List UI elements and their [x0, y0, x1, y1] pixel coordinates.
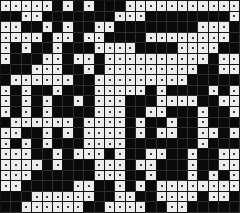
cell-r8c21[interactable] — [219, 86, 229, 97]
cell-r17c3[interactable] — [32, 181, 42, 192]
cell-r16c19[interactable] — [198, 171, 208, 182]
cell-r11c13[interactable] — [136, 118, 146, 129]
cell-r19c18[interactable] — [188, 202, 198, 213]
cell-r18c1[interactable] — [11, 192, 21, 203]
cell-r2c6[interactable] — [63, 22, 73, 33]
cell-r4c6[interactable] — [63, 43, 73, 54]
cell-r14c3[interactable] — [32, 149, 42, 160]
cell-r2c11[interactable] — [115, 22, 125, 33]
cell-r0c19[interactable] — [198, 1, 208, 12]
cell-r3c0[interactable] — [1, 33, 11, 44]
cell-r8c18[interactable] — [188, 86, 198, 97]
cell-r4c21[interactable] — [219, 43, 229, 54]
cell-r3c4[interactable] — [43, 33, 53, 44]
cell-r4c12[interactable] — [126, 43, 136, 54]
cell-r4c3[interactable] — [32, 43, 42, 54]
cell-r16c13[interactable] — [136, 171, 146, 182]
cell-r1c8[interactable] — [84, 12, 94, 23]
cell-r15c7[interactable] — [74, 160, 84, 171]
cell-r18c18[interactable] — [188, 192, 198, 203]
cell-r15c3[interactable] — [32, 160, 42, 171]
cell-r18c16[interactable] — [167, 192, 177, 203]
cell-r13c10[interactable] — [105, 139, 115, 150]
cell-r7c16[interactable] — [167, 75, 177, 86]
cell-r2c18[interactable] — [188, 22, 198, 33]
cell-r9c0[interactable] — [1, 96, 11, 107]
cell-r9c21[interactable] — [219, 96, 229, 107]
cell-r9c14[interactable] — [146, 96, 156, 107]
cell-r15c18[interactable] — [188, 160, 198, 171]
cell-r16c21[interactable] — [219, 171, 229, 182]
cell-r15c1[interactable] — [11, 160, 21, 171]
cell-r9c22[interactable] — [230, 96, 240, 107]
cell-r3c14[interactable] — [146, 33, 156, 44]
cell-r19c6[interactable] — [63, 202, 73, 213]
cell-r15c22[interactable] — [230, 160, 240, 171]
cell-r1c1[interactable] — [11, 12, 21, 23]
cell-r0c6[interactable] — [63, 1, 73, 12]
cell-r6c5[interactable] — [53, 65, 63, 76]
cell-r12c17[interactable] — [178, 128, 188, 139]
cell-r2c20[interactable] — [209, 22, 219, 33]
cell-r5c13[interactable] — [136, 54, 146, 65]
cell-r1c5[interactable] — [53, 12, 63, 23]
cell-r17c12[interactable] — [126, 181, 136, 192]
cell-r8c13[interactable] — [136, 86, 146, 97]
cell-r7c17[interactable] — [178, 75, 188, 86]
cell-r9c15[interactable] — [157, 96, 167, 107]
cell-r4c4[interactable] — [43, 43, 53, 54]
cell-r7c10[interactable] — [105, 75, 115, 86]
cell-r17c20[interactable] — [209, 181, 219, 192]
cell-r0c4[interactable] — [43, 1, 53, 12]
cell-r3c22[interactable] — [230, 33, 240, 44]
cell-r14c18[interactable] — [188, 149, 198, 160]
cell-r7c22[interactable] — [230, 75, 240, 86]
cell-r0c17[interactable] — [178, 1, 188, 12]
cell-r16c0[interactable] — [1, 171, 11, 182]
cell-r9c16[interactable] — [167, 96, 177, 107]
cell-r17c14[interactable] — [146, 181, 156, 192]
cell-r14c22[interactable] — [230, 149, 240, 160]
cell-r4c16[interactable] — [167, 43, 177, 54]
cell-r19c9[interactable] — [95, 202, 105, 213]
cell-r2c10[interactable] — [105, 22, 115, 33]
cell-r0c14[interactable] — [146, 1, 156, 12]
cell-r2c0[interactable] — [1, 22, 11, 33]
cell-r13c22[interactable] — [230, 139, 240, 150]
cell-r4c19[interactable] — [198, 43, 208, 54]
cell-r1c2[interactable] — [22, 12, 32, 23]
cell-r11c22[interactable] — [230, 118, 240, 129]
cell-r12c16[interactable] — [167, 128, 177, 139]
cell-r2c13[interactable] — [136, 22, 146, 33]
cell-r0c11[interactable] — [115, 1, 125, 12]
cell-r14c19[interactable] — [198, 149, 208, 160]
cell-r1c6[interactable] — [63, 12, 73, 23]
cell-r7c20[interactable] — [209, 75, 219, 86]
cell-r11c20[interactable] — [209, 118, 219, 129]
cell-r15c17[interactable] — [178, 160, 188, 171]
cell-r13c0[interactable] — [1, 139, 11, 150]
cell-r10c12[interactable] — [126, 107, 136, 118]
cell-r15c12[interactable] — [126, 160, 136, 171]
cell-r17c13[interactable] — [136, 181, 146, 192]
cell-r0c8[interactable] — [84, 1, 94, 12]
cell-r10c13[interactable] — [136, 107, 146, 118]
cell-r4c0[interactable] — [1, 43, 11, 54]
cell-r13c4[interactable] — [43, 139, 53, 150]
cell-r16c22[interactable] — [230, 171, 240, 182]
cell-r7c19[interactable] — [198, 75, 208, 86]
cell-r4c17[interactable] — [178, 43, 188, 54]
cell-r15c21[interactable] — [219, 160, 229, 171]
cell-r16c16[interactable] — [167, 171, 177, 182]
cell-r17c22[interactable] — [230, 181, 240, 192]
cell-r9c8[interactable] — [84, 96, 94, 107]
cell-r6c1[interactable] — [11, 65, 21, 76]
cell-r9c9[interactable] — [95, 96, 105, 107]
cell-r1c20[interactable] — [209, 12, 219, 23]
cell-r18c20[interactable] — [209, 192, 219, 203]
cell-r11c17[interactable] — [178, 118, 188, 129]
cell-r0c16[interactable] — [167, 1, 177, 12]
cell-r12c1[interactable] — [11, 128, 21, 139]
cell-r16c9[interactable] — [95, 171, 105, 182]
cell-r6c18[interactable] — [188, 65, 198, 76]
cell-r3c10[interactable] — [105, 33, 115, 44]
cell-r9c4[interactable] — [43, 96, 53, 107]
cell-r19c8[interactable] — [84, 202, 94, 213]
cell-r10c19[interactable] — [198, 107, 208, 118]
cell-r3c3[interactable] — [32, 33, 42, 44]
cell-r1c19[interactable] — [198, 12, 208, 23]
cell-r0c10[interactable] — [105, 1, 115, 12]
cell-r11c15[interactable] — [157, 118, 167, 129]
cell-r12c14[interactable] — [146, 128, 156, 139]
cell-r14c0[interactable] — [1, 149, 11, 160]
cell-r19c1[interactable] — [11, 202, 21, 213]
cell-r3c5[interactable] — [53, 33, 63, 44]
cell-r7c12[interactable] — [126, 75, 136, 86]
cell-r7c14[interactable] — [146, 75, 156, 86]
cell-r16c18[interactable] — [188, 171, 198, 182]
cell-r4c14[interactable] — [146, 43, 156, 54]
cell-r17c8[interactable] — [84, 181, 94, 192]
cell-r5c18[interactable] — [188, 54, 198, 65]
cell-r12c3[interactable] — [32, 128, 42, 139]
cell-r0c1[interactable] — [11, 1, 21, 12]
cell-r18c14[interactable] — [146, 192, 156, 203]
cell-r10c7[interactable] — [74, 107, 84, 118]
cell-r11c18[interactable] — [188, 118, 198, 129]
cell-r7c11[interactable] — [115, 75, 125, 86]
cell-r9c10[interactable] — [105, 96, 115, 107]
cell-r16c8[interactable] — [84, 171, 94, 182]
cell-r14c14[interactable] — [146, 149, 156, 160]
cell-r0c15[interactable] — [157, 1, 167, 12]
cell-r6c6[interactable] — [63, 65, 73, 76]
cell-r14c8[interactable] — [84, 149, 94, 160]
cell-r10c20[interactable] — [209, 107, 219, 118]
cell-r7c21[interactable] — [219, 75, 229, 86]
cell-r9c19[interactable] — [198, 96, 208, 107]
cell-r0c21[interactable] — [219, 1, 229, 12]
cell-r13c11[interactable] — [115, 139, 125, 150]
cell-r16c2[interactable] — [22, 171, 32, 182]
cell-r16c14[interactable] — [146, 171, 156, 182]
cell-r9c6[interactable] — [63, 96, 73, 107]
cell-r14c9[interactable] — [95, 149, 105, 160]
cell-r3c1[interactable] — [11, 33, 21, 44]
cell-r5c9[interactable] — [95, 54, 105, 65]
cell-r4c8[interactable] — [84, 43, 94, 54]
cell-r18c0[interactable] — [1, 192, 11, 203]
cell-r9c5[interactable] — [53, 96, 63, 107]
cell-r7c3[interactable] — [32, 75, 42, 86]
cell-r8c4[interactable] — [43, 86, 53, 97]
cell-r1c21[interactable] — [219, 12, 229, 23]
cell-r8c2[interactable] — [22, 86, 32, 97]
cell-r5c8[interactable] — [84, 54, 94, 65]
cell-r2c14[interactable] — [146, 22, 156, 33]
cell-r3c8[interactable] — [84, 33, 94, 44]
cell-r8c9[interactable] — [95, 86, 105, 97]
cell-r7c6[interactable] — [63, 75, 73, 86]
cell-r7c8[interactable] — [84, 75, 94, 86]
cell-r5c4[interactable] — [43, 54, 53, 65]
cell-r14c17[interactable] — [178, 149, 188, 160]
cell-r8c19[interactable] — [198, 86, 208, 97]
cell-r5c6[interactable] — [63, 54, 73, 65]
cell-r13c6[interactable] — [63, 139, 73, 150]
cell-r16c11[interactable] — [115, 171, 125, 182]
cell-r14c4[interactable] — [43, 149, 53, 160]
cell-r8c0[interactable] — [1, 86, 11, 97]
cell-r9c17[interactable] — [178, 96, 188, 107]
cell-r12c11[interactable] — [115, 128, 125, 139]
cell-r4c22[interactable] — [230, 43, 240, 54]
cell-r16c4[interactable] — [43, 171, 53, 182]
cell-r13c8[interactable] — [84, 139, 94, 150]
cell-r3c7[interactable] — [74, 33, 84, 44]
cell-r15c16[interactable] — [167, 160, 177, 171]
cell-r17c1[interactable] — [11, 181, 21, 192]
cell-r10c11[interactable] — [115, 107, 125, 118]
cell-r1c16[interactable] — [167, 12, 177, 23]
cell-r3c11[interactable] — [115, 33, 125, 44]
cell-r15c11[interactable] — [115, 160, 125, 171]
cell-r11c16[interactable] — [167, 118, 177, 129]
cell-r11c14[interactable] — [146, 118, 156, 129]
cell-r6c4[interactable] — [43, 65, 53, 76]
cell-r3c15[interactable] — [157, 33, 167, 44]
cell-r10c2[interactable] — [22, 107, 32, 118]
cell-r19c12[interactable] — [126, 202, 136, 213]
cell-r17c16[interactable] — [167, 181, 177, 192]
cell-r18c17[interactable] — [178, 192, 188, 203]
cell-r11c6[interactable] — [63, 118, 73, 129]
cell-r2c12[interactable] — [126, 22, 136, 33]
cell-r6c7[interactable] — [74, 65, 84, 76]
cell-r17c11[interactable] — [115, 181, 125, 192]
cell-r19c17[interactable] — [178, 202, 188, 213]
cell-r19c13[interactable] — [136, 202, 146, 213]
cell-r5c19[interactable] — [198, 54, 208, 65]
cell-r4c15[interactable] — [157, 43, 167, 54]
cell-r8c7[interactable] — [74, 86, 84, 97]
cell-r9c13[interactable] — [136, 96, 146, 107]
cell-r12c18[interactable] — [188, 128, 198, 139]
cell-r10c22[interactable] — [230, 107, 240, 118]
cell-r0c18[interactable] — [188, 1, 198, 12]
cell-r11c0[interactable] — [1, 118, 11, 129]
cell-r15c14[interactable] — [146, 160, 156, 171]
cell-r6c12[interactable] — [126, 65, 136, 76]
cell-r9c20[interactable] — [209, 96, 219, 107]
cell-r13c18[interactable] — [188, 139, 198, 150]
cell-r5c14[interactable] — [146, 54, 156, 65]
cell-r12c15[interactable] — [157, 128, 167, 139]
cell-r14c16[interactable] — [167, 149, 177, 160]
cell-r17c19[interactable] — [198, 181, 208, 192]
cell-r7c13[interactable] — [136, 75, 146, 86]
cell-r19c4[interactable] — [43, 202, 53, 213]
cell-r14c5[interactable] — [53, 149, 63, 160]
cell-r19c16[interactable] — [167, 202, 177, 213]
cell-r19c14[interactable] — [146, 202, 156, 213]
cell-r7c1[interactable] — [11, 75, 21, 86]
cell-r16c10[interactable] — [105, 171, 115, 182]
cell-r17c15[interactable] — [157, 181, 167, 192]
cell-r0c0[interactable] — [1, 1, 11, 12]
cell-r5c11[interactable] — [115, 54, 125, 65]
cell-r19c11[interactable] — [115, 202, 125, 213]
cell-r17c2[interactable] — [22, 181, 32, 192]
cell-r2c21[interactable] — [219, 22, 229, 33]
cell-r14c20[interactable] — [209, 149, 219, 160]
cell-r12c19[interactable] — [198, 128, 208, 139]
cell-r19c19[interactable] — [198, 202, 208, 213]
cell-r10c1[interactable] — [11, 107, 21, 118]
cell-r10c16[interactable] — [167, 107, 177, 118]
cell-r9c3[interactable] — [32, 96, 42, 107]
cell-r6c2[interactable] — [22, 65, 32, 76]
cell-r11c19[interactable] — [198, 118, 208, 129]
cell-r16c6[interactable] — [63, 171, 73, 182]
cell-r1c15[interactable] — [157, 12, 167, 23]
cell-r8c14[interactable] — [146, 86, 156, 97]
cell-r10c0[interactable] — [1, 107, 11, 118]
cell-r19c15[interactable] — [157, 202, 167, 213]
cell-r2c17[interactable] — [178, 22, 188, 33]
cell-r8c5[interactable] — [53, 86, 63, 97]
cell-r17c21[interactable] — [219, 181, 229, 192]
cell-r5c17[interactable] — [178, 54, 188, 65]
cell-r4c9[interactable] — [95, 43, 105, 54]
cell-r7c7[interactable] — [74, 75, 84, 86]
cell-r19c22[interactable] — [230, 202, 240, 213]
cell-r17c9[interactable] — [95, 181, 105, 192]
cell-r18c8[interactable] — [84, 192, 94, 203]
cell-r0c2[interactable] — [22, 1, 32, 12]
cell-r0c7[interactable] — [74, 1, 84, 12]
cell-r1c10[interactable] — [105, 12, 115, 23]
cell-r19c0[interactable] — [1, 202, 11, 213]
cell-r12c6[interactable] — [63, 128, 73, 139]
cell-r2c7[interactable] — [74, 22, 84, 33]
cell-r3c12[interactable] — [126, 33, 136, 44]
cell-r6c3[interactable] — [32, 65, 42, 76]
cell-r6c11[interactable] — [115, 65, 125, 76]
cell-r8c16[interactable] — [167, 86, 177, 97]
cell-r15c13[interactable] — [136, 160, 146, 171]
cell-r11c12[interactable] — [126, 118, 136, 129]
cell-r2c3[interactable] — [32, 22, 42, 33]
cell-r18c4[interactable] — [43, 192, 53, 203]
cell-r4c10[interactable] — [105, 43, 115, 54]
cell-r13c20[interactable] — [209, 139, 219, 150]
cell-r6c21[interactable] — [219, 65, 229, 76]
cell-r6c16[interactable] — [167, 65, 177, 76]
cell-r14c6[interactable] — [63, 149, 73, 160]
cell-r15c9[interactable] — [95, 160, 105, 171]
cell-r9c11[interactable] — [115, 96, 125, 107]
cell-r8c11[interactable] — [115, 86, 125, 97]
cell-r3c19[interactable] — [198, 33, 208, 44]
cell-r5c22[interactable] — [230, 54, 240, 65]
cell-r13c21[interactable] — [219, 139, 229, 150]
cell-r12c10[interactable] — [105, 128, 115, 139]
cell-r5c2[interactable] — [22, 54, 32, 65]
cell-r12c12[interactable] — [126, 128, 136, 139]
cell-r9c7[interactable] — [74, 96, 84, 107]
cell-r19c7[interactable] — [74, 202, 84, 213]
cell-r1c11[interactable] — [115, 12, 125, 23]
cell-r5c1[interactable] — [11, 54, 21, 65]
cell-r6c15[interactable] — [157, 65, 167, 76]
cell-r5c21[interactable] — [219, 54, 229, 65]
cell-r10c21[interactable] — [219, 107, 229, 118]
cell-r18c6[interactable] — [63, 192, 73, 203]
cell-r12c8[interactable] — [84, 128, 94, 139]
cell-r12c21[interactable] — [219, 128, 229, 139]
cell-r10c10[interactable] — [105, 107, 115, 118]
cell-r8c15[interactable] — [157, 86, 167, 97]
cell-r6c0[interactable] — [1, 65, 11, 76]
cell-r0c13[interactable] — [136, 1, 146, 12]
cell-r3c17[interactable] — [178, 33, 188, 44]
cell-r5c0[interactable] — [1, 54, 11, 65]
cell-r9c1[interactable] — [11, 96, 21, 107]
cell-r16c12[interactable] — [126, 171, 136, 182]
cell-r8c3[interactable] — [32, 86, 42, 97]
cell-r0c20[interactable] — [209, 1, 219, 12]
cell-r1c12[interactable] — [126, 12, 136, 23]
cell-r18c21[interactable] — [219, 192, 229, 203]
cell-r11c4[interactable] — [43, 118, 53, 129]
cell-r5c16[interactable] — [167, 54, 177, 65]
cell-r9c18[interactable] — [188, 96, 198, 107]
cell-r10c18[interactable] — [188, 107, 198, 118]
cell-r6c17[interactable] — [178, 65, 188, 76]
cell-r16c17[interactable] — [178, 171, 188, 182]
cell-r13c9[interactable] — [95, 139, 105, 150]
cell-r17c18[interactable] — [188, 181, 198, 192]
cell-r10c3[interactable] — [32, 107, 42, 118]
cell-r2c16[interactable] — [167, 22, 177, 33]
cell-r5c20[interactable] — [209, 54, 219, 65]
